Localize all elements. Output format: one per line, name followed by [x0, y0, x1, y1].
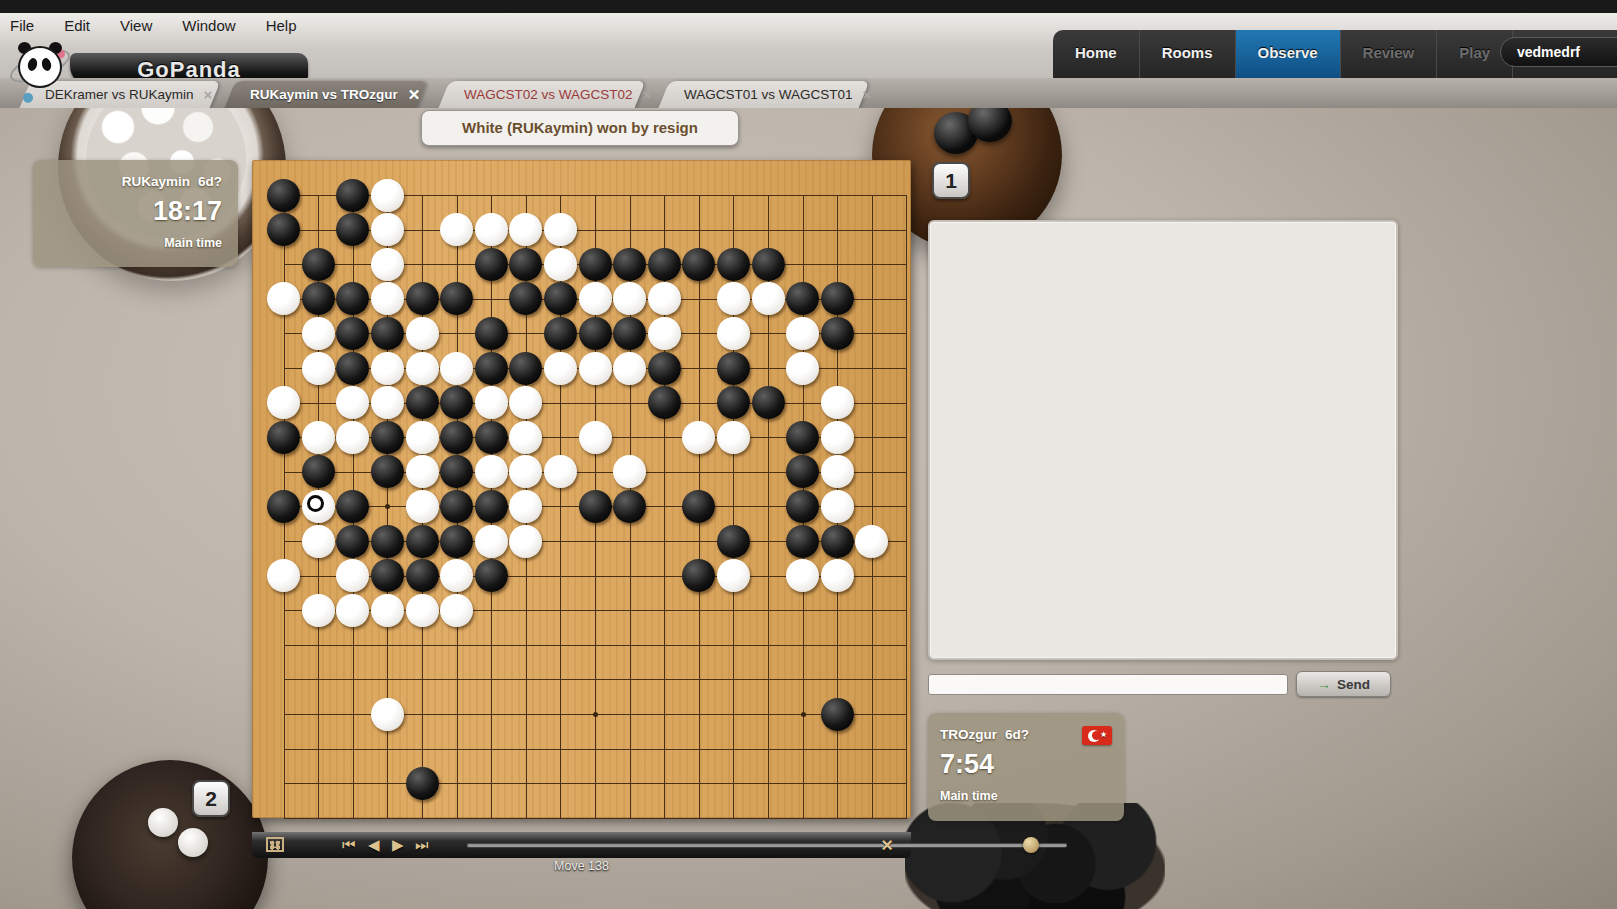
black-stone: [440, 386, 473, 419]
white-stone: [579, 352, 612, 385]
black-stone: [406, 559, 439, 592]
tab-game-4[interactable]: WAGCST01 vs WAGCST01 ×: [659, 81, 870, 108]
move-slider-track[interactable]: [467, 843, 1067, 847]
white-stone: [440, 559, 473, 592]
panda-logo-icon: [12, 42, 68, 94]
black-stone: [371, 525, 404, 558]
black-stone: [336, 525, 369, 558]
tab-close-icon[interactable]: ×: [643, 86, 652, 103]
send-arrow-icon: →: [1317, 676, 1331, 692]
black-stone: [440, 421, 473, 454]
menu-edit[interactable]: Edit: [62, 15, 92, 36]
nav-rooms[interactable]: Rooms: [1139, 30, 1235, 78]
white-stone: [509, 490, 542, 523]
black-stone: [717, 386, 750, 419]
menu-window[interactable]: Window: [180, 15, 237, 36]
tab-label: WAGCST01 vs WAGCST01: [684, 87, 853, 102]
black-stone: [336, 282, 369, 315]
black-stone: [336, 179, 369, 212]
black-clock-label: Main time: [940, 789, 1124, 803]
username-pill[interactable]: vedmedrf: [1500, 37, 1617, 67]
black-stone: [648, 248, 681, 281]
white-stone: [371, 698, 404, 731]
white-stone: [406, 455, 439, 488]
white-stone: [302, 421, 335, 454]
black-stone: [821, 317, 854, 350]
grid-line: [284, 783, 908, 784]
playback-control-bar: ⏮ ◀ ▶ ⏭ ×: [252, 832, 911, 858]
black-stone: [475, 490, 508, 523]
white-stone: [717, 559, 750, 592]
star-point: [801, 712, 806, 717]
white-player-name: RUKaymin: [122, 174, 190, 189]
black-stone: [336, 213, 369, 246]
chat-input[interactable]: [928, 674, 1288, 695]
black-stone: [371, 317, 404, 350]
gopanda-window: File Edit View Window Help GoPanda Home …: [0, 0, 1617, 909]
white-stone: [648, 282, 681, 315]
black-stone: [336, 317, 369, 350]
white-stone: [544, 455, 577, 488]
black-stone: [786, 455, 819, 488]
white-stone: [752, 282, 785, 315]
black-stone: [336, 490, 369, 523]
black-stone: [752, 386, 785, 419]
step-back-button[interactable]: ◀: [368, 832, 380, 858]
grid-line: [284, 749, 908, 750]
white-stone: [371, 594, 404, 627]
grid-line: [284, 818, 908, 819]
black-stone: [475, 248, 508, 281]
white-stone: [579, 282, 612, 315]
black-stone: [752, 248, 785, 281]
nav-review: Review: [1340, 30, 1437, 78]
black-stone: [475, 317, 508, 350]
black-stone: [440, 282, 473, 315]
black-stone: [406, 386, 439, 419]
white-stone: [786, 317, 819, 350]
white-stone: [544, 352, 577, 385]
grid-line: [284, 645, 908, 646]
white-stone: [613, 352, 646, 385]
black-stone: [786, 282, 819, 315]
white-stone: [648, 317, 681, 350]
player-2-badge: 2: [192, 780, 230, 817]
star-point: [385, 504, 390, 509]
move-slider-knob[interactable]: [1023, 837, 1039, 853]
white-stone: [821, 386, 854, 419]
board-grid-icon[interactable]: [266, 837, 284, 852]
loose-white-stone: [148, 808, 178, 837]
white-stone: [613, 282, 646, 315]
white-stone: [302, 525, 335, 558]
black-stone: [267, 490, 300, 523]
white-stone: [717, 317, 750, 350]
menu-help[interactable]: Help: [264, 15, 299, 36]
white-stone: [302, 352, 335, 385]
white-stone: [475, 525, 508, 558]
black-stone: [786, 525, 819, 558]
black-stone: [371, 421, 404, 454]
black-stone: [544, 317, 577, 350]
black-stone: [613, 490, 646, 523]
black-stone: [475, 559, 508, 592]
star-point: [593, 712, 598, 717]
black-stone: [440, 490, 473, 523]
white-stone: [440, 352, 473, 385]
white-stone: [509, 386, 542, 419]
white-stone: [544, 248, 577, 281]
black-stone: [509, 352, 542, 385]
black-stone: [579, 490, 612, 523]
black-stone: [267, 213, 300, 246]
white-stone: [786, 352, 819, 385]
white-clock-label: Main time: [33, 236, 222, 250]
white-stone: [406, 421, 439, 454]
grid-line: [284, 679, 908, 680]
grid-line: [872, 195, 873, 819]
black-stone: [406, 525, 439, 558]
top-strip: [0, 0, 1617, 13]
tab-game-2-active[interactable]: RUKaymin vs TROzgur ✕: [225, 81, 428, 108]
step-forward-button[interactable]: ▶: [392, 832, 404, 858]
black-stone: [406, 767, 439, 800]
close-game-icon[interactable]: ×: [881, 833, 893, 858]
tab-game-3[interactable]: WAGCST02 vs WAGCST02 ×: [439, 81, 646, 108]
nav-observe[interactable]: Observe: [1235, 30, 1340, 78]
white-stone: [336, 594, 369, 627]
white-stone: [786, 559, 819, 592]
black-stone: [579, 317, 612, 350]
tab-label: WAGCST02 vs WAGCST02: [464, 87, 633, 102]
white-stone: [509, 421, 542, 454]
black-stone: [475, 421, 508, 454]
loose-white-stone: [178, 828, 208, 857]
black-stone: [371, 559, 404, 592]
go-board[interactable]: [252, 160, 911, 818]
white-stone: [509, 213, 542, 246]
black-stone: [509, 282, 542, 315]
black-stone: [440, 455, 473, 488]
send-label: Send: [1337, 677, 1370, 692]
tab-close-icon[interactable]: ✕: [408, 86, 421, 104]
white-stone: [371, 352, 404, 385]
white-stone: [440, 594, 473, 627]
white-stone: [371, 386, 404, 419]
white-stone: [613, 455, 646, 488]
black-stone: [717, 525, 750, 558]
player-1-badge: 1: [932, 162, 970, 199]
white-stone: [302, 490, 335, 523]
white-stone: [336, 386, 369, 419]
white-stone: [336, 559, 369, 592]
send-button[interactable]: → Send: [1296, 671, 1391, 697]
white-stone: [682, 421, 715, 454]
black-stone: [682, 559, 715, 592]
black-stone: [509, 248, 542, 281]
white-stone: [475, 213, 508, 246]
last-move-marker: [307, 495, 324, 512]
black-stone: [821, 698, 854, 731]
white-stone: [371, 179, 404, 212]
game-result-banner: White (RUKaymin) won by resign: [421, 110, 739, 146]
white-stone: [440, 213, 473, 246]
black-player-rank: 6d?: [1005, 727, 1029, 742]
tabs-bar: DEKramer vs RUKaymin × RUKaymin vs TROzg…: [0, 78, 1617, 108]
white-stone: [267, 282, 300, 315]
white-stone: [406, 490, 439, 523]
white-stone: [267, 386, 300, 419]
white-stone: [475, 455, 508, 488]
white-player-panel: RUKaymin6d? 18:17 Main time: [33, 160, 238, 267]
white-stone: [267, 559, 300, 592]
black-stone: [267, 179, 300, 212]
tab-close-icon[interactable]: ×: [863, 86, 872, 103]
black-stone: [544, 282, 577, 315]
black-stone: [336, 352, 369, 385]
white-stone: [371, 248, 404, 281]
black-stone: [648, 386, 681, 419]
white-stone: [406, 317, 439, 350]
white-stone: [475, 386, 508, 419]
black-stone: [648, 352, 681, 385]
move-number-label: Move 138: [252, 859, 911, 873]
black-stone: [682, 248, 715, 281]
black-stone: [475, 352, 508, 385]
black-stone: [717, 352, 750, 385]
white-stone: [371, 282, 404, 315]
white-stone: [579, 421, 612, 454]
white-stone: [302, 594, 335, 627]
white-stone: [336, 421, 369, 454]
black-stone: [440, 525, 473, 558]
white-stone: [509, 525, 542, 558]
black-player-panel: TROzgur6d? ★ 7:54 Main time: [928, 713, 1124, 821]
turkey-flag-icon: ★: [1082, 726, 1112, 745]
black-stone: [579, 248, 612, 281]
nav-home[interactable]: Home: [1053, 30, 1139, 78]
white-stone: [717, 421, 750, 454]
black-stone: [371, 455, 404, 488]
white-clock: 18:17: [33, 196, 222, 227]
chat-history-panel[interactable]: [928, 220, 1398, 660]
black-clock: 7:54: [940, 749, 1124, 780]
grid-line: [906, 195, 907, 819]
black-stone: [821, 525, 854, 558]
black-stone: [613, 248, 646, 281]
white-stone: [509, 455, 542, 488]
black-stone: [302, 455, 335, 488]
white-stone: [821, 455, 854, 488]
menu-bar: File Edit View Window Help: [8, 15, 299, 36]
black-stone: [786, 490, 819, 523]
white-stone: [855, 525, 888, 558]
white-stone: [406, 594, 439, 627]
black-stone: [717, 248, 750, 281]
black-stone: [613, 317, 646, 350]
black-stone: [302, 248, 335, 281]
white-stone: [821, 421, 854, 454]
black-stone: [406, 282, 439, 315]
white-stone: [821, 490, 854, 523]
black-stone: [682, 490, 715, 523]
menu-file[interactable]: File: [8, 15, 36, 36]
black-player-name: TROzgur: [940, 727, 997, 742]
menu-view[interactable]: View: [118, 15, 154, 36]
white-player-rank: 6d?: [198, 174, 222, 189]
black-stone: [821, 282, 854, 315]
tab-close-icon[interactable]: ×: [204, 86, 213, 103]
black-stone: [267, 421, 300, 454]
white-stone: [821, 559, 854, 592]
black-stone: [786, 421, 819, 454]
white-stone: [302, 317, 335, 350]
skip-to-end-button[interactable]: ⏭: [415, 832, 429, 858]
white-stone: [406, 352, 439, 385]
white-stone: [544, 213, 577, 246]
tab-label: RUKaymin vs TROzgur: [250, 87, 398, 102]
white-stone: [371, 213, 404, 246]
black-stone: [302, 282, 335, 315]
skip-to-start-button[interactable]: ⏮: [342, 832, 356, 858]
white-stone: [717, 282, 750, 315]
